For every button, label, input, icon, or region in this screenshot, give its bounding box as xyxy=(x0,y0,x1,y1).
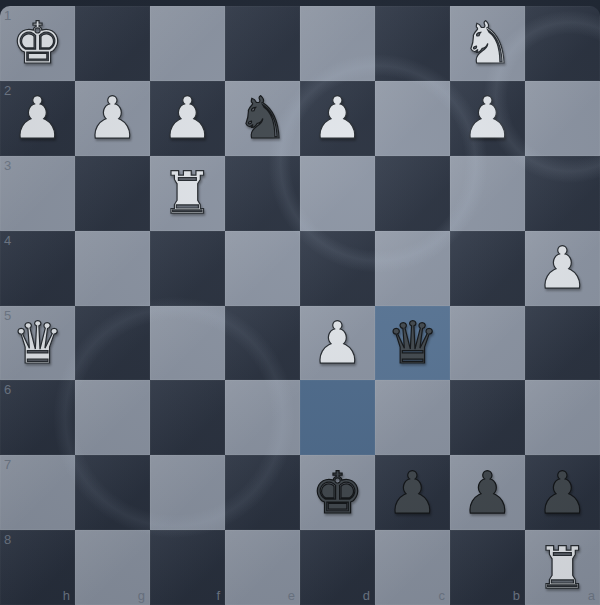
square-f1[interactable] xyxy=(150,6,225,81)
square-b2[interactable]: ♟ xyxy=(450,81,525,156)
square-e3[interactable] xyxy=(225,156,300,231)
square-b7[interactable]: ♟ xyxy=(450,455,525,530)
black-queen-c5[interactable]: ♛ xyxy=(375,306,450,381)
black-pawn-c7[interactable]: ♟ xyxy=(375,455,450,530)
white-pawn-f2[interactable]: ♟ xyxy=(150,81,225,156)
square-e6[interactable] xyxy=(225,380,300,455)
white-pawn-b2[interactable]: ♟ xyxy=(450,81,525,156)
rank-label-8: 8 xyxy=(4,533,11,546)
white-king-h1[interactable]: ♚ xyxy=(0,6,75,81)
black-pawn-a7[interactable]: ♟ xyxy=(525,455,600,530)
square-b3[interactable] xyxy=(450,156,525,231)
square-c4[interactable] xyxy=(375,231,450,306)
square-c5[interactable]: ♛ xyxy=(375,306,450,381)
square-c7[interactable]: ♟ xyxy=(375,455,450,530)
square-a6[interactable] xyxy=(525,380,600,455)
square-a3[interactable] xyxy=(525,156,600,231)
square-d5[interactable]: ♟ xyxy=(300,306,375,381)
square-f2[interactable]: ♟ xyxy=(150,81,225,156)
square-g8[interactable]: g xyxy=(75,530,150,605)
square-a1[interactable] xyxy=(525,6,600,81)
square-h1[interactable]: 1♚ xyxy=(0,6,75,81)
square-a8[interactable]: a♜ xyxy=(525,530,600,605)
rank-label-7: 7 xyxy=(4,458,11,471)
square-d3[interactable] xyxy=(300,156,375,231)
white-queen-h5[interactable]: ♛ xyxy=(0,306,75,381)
square-e4[interactable] xyxy=(225,231,300,306)
square-e2[interactable]: ♞ xyxy=(225,81,300,156)
square-g3[interactable] xyxy=(75,156,150,231)
file-label-d: d xyxy=(363,589,370,602)
file-label-f: f xyxy=(216,589,220,602)
white-pawn-g2[interactable]: ♟ xyxy=(75,81,150,156)
square-f8[interactable]: f xyxy=(150,530,225,605)
square-g1[interactable] xyxy=(75,6,150,81)
square-b6[interactable] xyxy=(450,380,525,455)
square-c1[interactable] xyxy=(375,6,450,81)
file-label-b: b xyxy=(513,589,520,602)
square-b1[interactable]: ♞ xyxy=(450,6,525,81)
square-h2[interactable]: 2♟ xyxy=(0,81,75,156)
file-label-e: e xyxy=(288,589,295,602)
black-knight-e2[interactable]: ♞ xyxy=(225,81,300,156)
square-e1[interactable] xyxy=(225,6,300,81)
square-f3[interactable]: ♜ xyxy=(150,156,225,231)
square-c2[interactable] xyxy=(375,81,450,156)
square-f4[interactable] xyxy=(150,231,225,306)
rank-label-6: 6 xyxy=(4,383,11,396)
file-label-h: h xyxy=(63,589,70,602)
black-pawn-b7[interactable]: ♟ xyxy=(450,455,525,530)
square-h5[interactable]: 5♛ xyxy=(0,306,75,381)
square-a7[interactable]: ♟ xyxy=(525,455,600,530)
black-king-d7[interactable]: ♚ xyxy=(300,455,375,530)
white-pawn-h2[interactable]: ♟ xyxy=(0,81,75,156)
file-label-g: g xyxy=(138,589,145,602)
square-h6[interactable]: 6 xyxy=(0,380,75,455)
square-d2[interactable]: ♟ xyxy=(300,81,375,156)
rank-label-3: 3 xyxy=(4,159,11,172)
white-rook-a8[interactable]: ♜ xyxy=(525,530,600,605)
square-b4[interactable] xyxy=(450,231,525,306)
white-pawn-d2[interactable]: ♟ xyxy=(300,81,375,156)
square-d7[interactable]: ♚ xyxy=(300,455,375,530)
white-pawn-d5[interactable]: ♟ xyxy=(300,306,375,381)
square-c6[interactable] xyxy=(375,380,450,455)
square-d8[interactable]: d xyxy=(300,530,375,605)
square-e5[interactable] xyxy=(225,306,300,381)
white-knight-b1[interactable]: ♞ xyxy=(450,6,525,81)
rank-label-4: 4 xyxy=(4,234,11,247)
square-h4[interactable]: 4 xyxy=(0,231,75,306)
square-f5[interactable] xyxy=(150,306,225,381)
chess-board: 1♚♞2♟♟♟♞♟♟3♜4♟5♛♟♛67♚♟♟♟8hgfedcba♜ xyxy=(0,6,600,605)
file-label-c: c xyxy=(439,589,446,602)
square-d4[interactable] xyxy=(300,231,375,306)
square-e7[interactable] xyxy=(225,455,300,530)
square-h3[interactable]: 3 xyxy=(0,156,75,231)
square-g5[interactable] xyxy=(75,306,150,381)
square-h8[interactable]: 8h xyxy=(0,530,75,605)
square-h7[interactable]: 7 xyxy=(0,455,75,530)
square-g2[interactable]: ♟ xyxy=(75,81,150,156)
white-pawn-a4[interactable]: ♟ xyxy=(525,231,600,306)
square-f6[interactable] xyxy=(150,380,225,455)
square-f7[interactable] xyxy=(150,455,225,530)
square-g7[interactable] xyxy=(75,455,150,530)
square-d6[interactable] xyxy=(300,380,375,455)
square-d1[interactable] xyxy=(300,6,375,81)
square-c3[interactable] xyxy=(375,156,450,231)
square-e8[interactable]: e xyxy=(225,530,300,605)
square-b5[interactable] xyxy=(450,306,525,381)
square-a5[interactable] xyxy=(525,306,600,381)
square-b8[interactable]: b xyxy=(450,530,525,605)
square-g4[interactable] xyxy=(75,231,150,306)
square-a4[interactable]: ♟ xyxy=(525,231,600,306)
square-g6[interactable] xyxy=(75,380,150,455)
square-c8[interactable]: c xyxy=(375,530,450,605)
chess-app-screen: 1♚♞2♟♟♟♞♟♟3♜4♟5♛♟♛67♚♟♟♟8hgfedcba♜ xyxy=(0,0,600,605)
white-rook-f3[interactable]: ♜ xyxy=(150,156,225,231)
square-a2[interactable] xyxy=(525,81,600,156)
